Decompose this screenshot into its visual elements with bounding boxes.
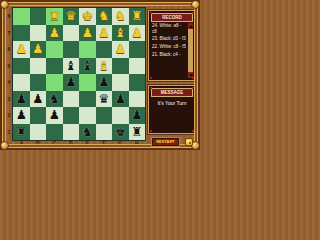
white-pawn: ♟ — [79, 25, 96, 42]
move-record-entry: 23. Black: d3 - f3 — [152, 36, 186, 42]
square-e7[interactable]: ♟ — [79, 25, 96, 42]
square-f4[interactable]: ♟ — [96, 74, 113, 91]
square-e4[interactable] — [79, 74, 96, 91]
square-c8[interactable]: ♜ — [46, 8, 63, 25]
rank-label-3: 3 — [5, 91, 13, 108]
file-label-a: A — [13, 140, 30, 148]
black-rook: ♜ — [129, 124, 146, 141]
white-pawn: ♟ — [46, 25, 63, 42]
square-g2[interactable] — [112, 107, 129, 124]
turn-message: It's Your Turn — [151, 100, 193, 106]
square-e5[interactable]: ♝ — [79, 58, 96, 75]
white-pawn: ♟ — [129, 25, 146, 42]
rank-label-8: 8 — [5, 8, 13, 25]
square-b8[interactable] — [30, 8, 47, 25]
black-pawn: ♟ — [13, 91, 30, 108]
white-queen: ♛ — [63, 8, 80, 25]
square-b5[interactable] — [30, 58, 47, 75]
square-a5[interactable] — [13, 58, 30, 75]
square-f2[interactable] — [96, 107, 113, 124]
square-d1[interactable] — [63, 124, 80, 141]
white-pawn: ♟ — [30, 41, 47, 58]
square-c2[interactable]: ♟ — [46, 107, 63, 124]
white-rook: ♜ — [46, 8, 63, 25]
black-pawn: ♟ — [112, 91, 129, 108]
move-record-entry: 22. White: c8 - f5 — [152, 44, 186, 50]
square-c4[interactable] — [46, 74, 63, 91]
square-d5[interactable]: ♝ — [63, 58, 80, 75]
game-title: Sillyball Chess — [13, 0, 145, 7]
square-a4[interactable] — [13, 74, 30, 91]
square-c6[interactable] — [46, 41, 63, 58]
square-c7[interactable]: ♟ — [46, 25, 63, 42]
rank-label-7: 7 — [5, 25, 13, 42]
file-label-h: H — [129, 140, 146, 148]
square-f3[interactable]: ♛ — [96, 91, 113, 108]
move-record-list[interactable]: 24. White: a8 - c823. Black: d3 - f322. … — [152, 23, 186, 78]
file-labels: ABCDEFGH — [13, 140, 145, 148]
square-f1[interactable] — [96, 124, 113, 141]
white-knight: ♞ — [96, 8, 113, 25]
file-label-b: B — [30, 140, 47, 148]
square-h7[interactable]: ♟ — [129, 25, 146, 42]
black-queen: ♛ — [96, 91, 113, 108]
white-pawn: ♟ — [96, 25, 113, 42]
file-label-d: D — [63, 140, 80, 148]
white-bishop: ♝ — [96, 58, 113, 75]
square-a7[interactable] — [13, 25, 30, 42]
black-king: ♚ — [112, 124, 129, 141]
square-d8[interactable]: ♛ — [63, 8, 80, 25]
square-b7[interactable] — [30, 25, 47, 42]
black-bishop: ♝ — [79, 58, 96, 75]
square-h8[interactable]: ♜ — [129, 8, 146, 25]
black-pawn: ♟ — [46, 107, 63, 124]
white-knight: ♞ — [112, 8, 129, 25]
square-f5[interactable]: ♝ — [96, 58, 113, 75]
restart-button[interactable]: RESTART — [152, 138, 179, 146]
white-king: ♚ — [79, 8, 96, 25]
frame-corner-ornament — [0, 141, 9, 150]
rank-label-4: 4 — [5, 74, 13, 91]
square-b6[interactable]: ♟ — [30, 41, 47, 58]
square-f8[interactable]: ♞ — [96, 8, 113, 25]
black-pawn: ♟ — [13, 107, 30, 124]
white-pawn: ♟ — [112, 41, 129, 58]
square-b2[interactable] — [30, 107, 47, 124]
hint-icon[interactable] — [185, 138, 193, 146]
square-e3[interactable] — [79, 91, 96, 108]
square-g5[interactable] — [112, 58, 129, 75]
square-c5[interactable] — [46, 58, 63, 75]
frame-corner-ornament — [191, 0, 200, 9]
square-a8[interactable] — [13, 8, 30, 25]
chess-board[interactable]: ♜♛♚♞♞♜♟♟♟♝♟♟♟♟♝♝♝♟♟♟♟♞♛♟♟♟♟♜♞♚♜ — [13, 8, 145, 140]
square-f6[interactable] — [96, 41, 113, 58]
white-pawn: ♟ — [13, 41, 30, 58]
move-record-entry: 24. White: a8 - c8 — [152, 23, 186, 34]
black-rook: ♜ — [13, 124, 30, 141]
square-h2[interactable]: ♟ — [129, 107, 146, 124]
rank-label-2: 2 — [5, 107, 13, 124]
square-f7[interactable]: ♟ — [96, 25, 113, 42]
square-d4[interactable]: ♟ — [63, 74, 80, 91]
square-e6[interactable] — [79, 41, 96, 58]
black-pawn: ♟ — [96, 74, 113, 91]
square-h4[interactable] — [129, 74, 146, 91]
move-record-entry: 21. Black: c4 - — [152, 52, 186, 58]
square-h5[interactable] — [129, 58, 146, 75]
square-d6[interactable] — [63, 41, 80, 58]
square-b3[interactable]: ♟ — [30, 91, 47, 108]
file-label-g: G — [112, 140, 129, 148]
square-b1[interactable] — [30, 124, 47, 141]
square-g1[interactable]: ♚ — [112, 124, 129, 141]
square-d2[interactable] — [63, 107, 80, 124]
square-g8[interactable]: ♞ — [112, 8, 129, 25]
square-g4[interactable] — [112, 74, 129, 91]
black-pawn: ♟ — [30, 91, 47, 108]
black-pawn: ♟ — [129, 107, 146, 124]
rank-label-1: 1 — [5, 124, 13, 141]
white-bishop: ♝ — [112, 25, 129, 42]
black-pawn: ♟ — [63, 74, 80, 91]
square-e8[interactable]: ♚ — [79, 8, 96, 25]
square-a6[interactable]: ♟ — [13, 41, 30, 58]
black-knight: ♞ — [46, 91, 63, 108]
scroll-up-button[interactable] — [188, 23, 193, 29]
black-bishop: ♝ — [63, 58, 80, 75]
up-arrow-icon — [189, 25, 193, 28]
square-c3[interactable]: ♞ — [46, 91, 63, 108]
square-e1[interactable]: ♞ — [79, 124, 96, 141]
rank-label-6: 6 — [5, 41, 13, 58]
square-d3[interactable] — [63, 91, 80, 108]
record-panel-title: RECORD — [151, 13, 193, 22]
square-a3[interactable]: ♟ — [13, 91, 30, 108]
file-label-c: C — [46, 140, 63, 148]
file-label-f: F — [96, 140, 113, 148]
black-knight: ♞ — [79, 124, 96, 141]
square-h6[interactable] — [129, 41, 146, 58]
square-g6[interactable]: ♟ — [112, 41, 129, 58]
white-rook: ♜ — [129, 8, 146, 25]
square-b4[interactable] — [30, 74, 47, 91]
record-scrollbar[interactable] — [188, 23, 193, 78]
square-a1[interactable]: ♜ — [13, 124, 30, 141]
square-g7[interactable]: ♝ — [112, 25, 129, 42]
square-h3[interactable] — [129, 91, 146, 108]
square-d7[interactable] — [63, 25, 80, 42]
square-a2[interactable]: ♟ — [13, 107, 30, 124]
message-panel-title: MESSAGE — [151, 88, 193, 97]
square-e2[interactable] — [79, 107, 96, 124]
record-panel: RECORD 24. White: a8 - c823. Black: d3 -… — [148, 10, 196, 81]
square-h1[interactable]: ♜ — [129, 124, 146, 141]
file-label-e: E — [79, 140, 96, 148]
square-c1[interactable] — [46, 124, 63, 141]
rank-labels: 87654321 — [5, 8, 13, 140]
square-g3[interactable]: ♟ — [112, 91, 129, 108]
message-panel: MESSAGE It's Your Turn — [148, 85, 196, 134]
rank-label-5: 5 — [5, 58, 13, 75]
